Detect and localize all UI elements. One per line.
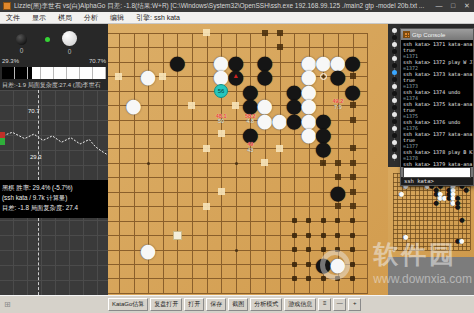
star-point (235, 249, 238, 252)
stone-black: ● (316, 141, 330, 155)
candidate-visits: 43 (240, 148, 260, 154)
tree-node[interactable] (392, 91, 397, 96)
graph-winrate-top: 70.7 (28, 108, 40, 114)
ownership-dot-dark (350, 233, 355, 238)
ownership-dot-dark (335, 247, 340, 252)
engine-status-icon (45, 37, 50, 42)
ownership-dot-dark (292, 247, 297, 252)
candidate-visits: 7.9 (328, 105, 348, 111)
console-input-row (401, 167, 473, 177)
score-lead-text: 目差: -1.8 局面复杂度: 27.4 (2, 203, 106, 213)
title-bar: Lizzie(黑)李世石 vs(白)AlphaGo 目差: -1.8(结果:W+… (0, 0, 474, 12)
candidate-visits: 50 (211, 119, 231, 125)
menu-bar: 文件显示棋局分析编辑引擎: ssh kata (0, 12, 474, 24)
black-stone-icon (16, 34, 27, 45)
maximize-button[interactable]: □ (446, 1, 460, 11)
winrate-bar (2, 67, 106, 79)
app-icon (3, 2, 11, 10)
go-board[interactable]: ●●●●●●●●●●●●●●●●●●●●●●●●●●●●●●●●●●●●▲564… (100, 24, 389, 295)
menu-item-1[interactable]: 显示 (26, 13, 52, 23)
stone-black: ● (243, 127, 257, 141)
candidate-move-label: 58.24.8 (240, 114, 260, 125)
stone-black: ● (331, 185, 345, 199)
ownership-dot-dark (321, 247, 326, 252)
app-window: Lizzie(黑)李世石 vs(白)AlphaGo 目差: -1.8(结果:W+… (0, 0, 474, 313)
toolbar-buttons: KataGo估算复盘打开打开保存截图分析模式游戏信息≡—+ (108, 298, 361, 311)
policy-square (173, 231, 182, 240)
heat-square-light (159, 73, 166, 80)
star-point (235, 162, 238, 165)
stone-white: ● (404, 235, 409, 240)
heat-square-dark (320, 160, 326, 166)
console-input[interactable] (403, 167, 471, 178)
candidate-move-label: 49.27.9 (328, 99, 348, 110)
stone-black: ● (455, 205, 460, 210)
ownership-dot-dark (350, 262, 355, 267)
tree-node[interactable] (392, 42, 397, 47)
gtp-console-window: Gtp Console ssh kata> 1371 kata-anatrue=… (400, 28, 474, 186)
tree-node[interactable] (392, 70, 397, 75)
grid-line (104, 206, 368, 207)
tree-node[interactable] (392, 56, 397, 61)
stone-black: ● (170, 55, 184, 69)
grid-line (104, 293, 368, 294)
black-winrate-text: 黑棋 胜率: 29.4% (-5.7%) (2, 183, 106, 193)
toolbar-small-button-0[interactable]: ≡ (318, 298, 331, 311)
heat-square-light (188, 102, 195, 109)
toolbar-button-6[interactable]: 游戏信息 (284, 298, 316, 311)
stone-black: ● (346, 55, 360, 69)
graph-grid (0, 218, 108, 295)
stone-white: ● (331, 257, 345, 271)
tree-node[interactable] (392, 126, 397, 131)
score-info-line: 目差:-1.9 局面复杂度:27.4 (黑)李世石 (2, 81, 106, 90)
heat-square-dark (350, 174, 356, 180)
toolbar-small-button-1[interactable]: — (333, 298, 346, 311)
toolbar-button-0[interactable]: KataGo估算 (108, 298, 148, 311)
candidate-move-label: 48.150 (211, 114, 231, 125)
winrate-graph[interactable]: 70.7 29.3 (0, 90, 108, 180)
winrate-graph-lower (0, 218, 108, 295)
mini-grid-line (393, 225, 470, 226)
stone-black: ● (287, 113, 301, 127)
ownership-dot-dark (306, 247, 311, 252)
stone-white: ● (273, 113, 287, 127)
stone-white: ● (399, 192, 404, 197)
white-stone-icon (62, 31, 77, 46)
mini-grid-line (393, 250, 470, 251)
grid-line (104, 221, 368, 222)
ownership-dot-dark (335, 218, 340, 223)
current-move-line (38, 218, 39, 295)
grid-line (280, 33, 281, 293)
tree-node[interactable] (392, 35, 397, 40)
heat-square-dark (350, 203, 356, 209)
heat-square-dark (350, 160, 356, 166)
heat-square-light (203, 29, 210, 36)
heat-square-dark (350, 117, 356, 123)
stone-white: ● (302, 127, 316, 141)
heat-square-light (261, 159, 268, 166)
ownership-dot-dark (350, 276, 355, 281)
heat-square-light (203, 145, 210, 152)
stone-white: ● (141, 243, 155, 257)
stone-white: ● (316, 55, 330, 69)
toolbar-button-5[interactable]: 分析模式 (250, 298, 282, 311)
toolbar-small-button-2[interactable]: + (348, 298, 361, 311)
console-icon (403, 31, 410, 38)
tree-node[interactable] (392, 77, 397, 82)
next-move-circle-icon (320, 73, 327, 80)
tree-node[interactable] (392, 154, 397, 159)
tree-node[interactable] (392, 49, 397, 54)
menu-item-4[interactable]: 编辑 (104, 13, 130, 23)
stone-black: ● (464, 188, 469, 193)
window-title: Lizzie(黑)李世石 vs(白)AlphaGo 目差: -1.8(结果:W+… (14, 2, 432, 11)
ownership-dot-dark (335, 276, 340, 281)
grid-line (104, 192, 368, 193)
mini-grid-line (393, 229, 470, 230)
white-winrate-label: 70.7% (89, 58, 106, 64)
tree-node[interactable] (392, 105, 397, 110)
candidate-move-label: 4943 (240, 142, 260, 153)
last-move-triangle-icon: ▲ (232, 72, 239, 79)
grid-line (104, 235, 368, 236)
winrate-labels: 29.3% 70.7% (0, 58, 108, 66)
menu-item-5[interactable]: 引擎: ssh kata (130, 13, 186, 23)
tree-node[interactable] (392, 63, 397, 68)
star-point (147, 162, 150, 165)
stone-white: ● (459, 239, 464, 244)
tree-node[interactable] (392, 112, 397, 117)
black-winrate-label: 29.3% (2, 58, 19, 64)
ownership-dot-dark (321, 276, 326, 281)
ownership-dot-dark (350, 247, 355, 252)
console-prompt: ssh kata> (401, 177, 473, 185)
grid-line (250, 33, 251, 293)
heat-square-dark (350, 73, 356, 79)
heat-square-dark (350, 145, 356, 151)
mini-grid-line (393, 212, 470, 213)
menu-item-3[interactable]: 分析 (78, 13, 104, 23)
tree-node[interactable] (392, 147, 397, 152)
ownership-dot-dark (292, 233, 297, 238)
graph-winrate-bottom: 29.3 (30, 154, 42, 160)
engine-visits-text: (ssh kata / 9.7k 计算量) (2, 193, 106, 203)
ownership-dot-dark (292, 262, 297, 267)
stone-white: ● (127, 98, 141, 112)
suggested-move[interactable]: 56 (214, 84, 228, 98)
engine-status-box: 黑棋 胜率: 29.4% (-5.7%) (ssh kata / 9.7k 计算… (0, 180, 108, 218)
stone-black: ● (316, 257, 330, 271)
winrate-bar-ticks (2, 67, 106, 79)
console-title-bar[interactable]: Gtp Console (401, 29, 473, 40)
ownership-dot-dark (321, 218, 326, 223)
heat-square-dark (277, 44, 283, 50)
heat-square-light (232, 102, 239, 109)
stone-black: ● (346, 84, 360, 98)
console-title: Gtp Console (412, 32, 445, 38)
grid-line (367, 33, 368, 293)
stone-black: ● (459, 218, 464, 223)
heat-square-dark (335, 203, 341, 209)
toolbar-button-1[interactable]: 复盘打开 (150, 298, 182, 311)
ownership-dot-dark (306, 276, 311, 281)
heat-square-light (218, 130, 225, 137)
ownership-dot-dark (292, 276, 297, 281)
heat-square-light (276, 145, 283, 152)
heat-square-dark (350, 102, 356, 108)
heat-square-dark (335, 174, 341, 180)
status-bar: ⊞ KataGo估算复盘打开打开保存截图分析模式游戏信息≡—+ (0, 295, 474, 313)
ownership-dot-dark (306, 218, 311, 223)
ownership-dot-dark (306, 262, 311, 267)
heat-square-dark (350, 189, 356, 195)
menu-item-0[interactable]: 文件 (0, 13, 26, 23)
stone-black: ● (258, 69, 272, 83)
heat-square-dark (262, 30, 268, 36)
mini-grid-line (393, 246, 470, 247)
ownership-dot-dark (306, 233, 311, 238)
capture-row: 0 0 (0, 28, 108, 58)
toolbar-button-3[interactable]: 保存 (206, 298, 226, 311)
tree-node[interactable] (392, 140, 397, 145)
ownership-dot-dark (335, 233, 340, 238)
tree-node[interactable] (392, 84, 397, 89)
ownership-dot-dark (350, 218, 355, 223)
candidate-visits: 4.8 (240, 119, 260, 125)
toolbar-button-4[interactable]: 截图 (228, 298, 248, 311)
grip-icon: ⊞ (4, 301, 12, 309)
toolbar-button-2[interactable]: 打开 (184, 298, 204, 311)
ownership-dot-dark (321, 233, 326, 238)
heat-square-dark (335, 160, 341, 166)
menu-item-2[interactable]: 棋局 (52, 13, 78, 23)
tree-node[interactable] (392, 119, 397, 124)
stone-white: ● (141, 69, 155, 83)
white-captures-count: 0 (62, 48, 77, 55)
right-panel-footer (388, 257, 474, 295)
stone-black: ● (331, 69, 345, 83)
close-button[interactable]: ✕ (460, 1, 474, 11)
stone-black: ● (243, 98, 257, 112)
minimize-button[interactable]: — (432, 1, 446, 11)
tree-node[interactable] (392, 98, 397, 103)
tree-node[interactable] (392, 28, 397, 33)
grid-line (104, 278, 368, 279)
heat-square-dark (277, 30, 283, 36)
stone-black: ● (434, 201, 439, 206)
tree-node[interactable] (392, 133, 397, 138)
grid-line (104, 177, 368, 178)
analysis-panel: 0 0 29.3% 70.7% 目差:-1.9 局面复杂度:27.4 (黑)李世… (0, 24, 108, 295)
ownership-dot-dark (292, 218, 297, 223)
stone-white: ● (214, 69, 228, 83)
black-captures-count: 0 (16, 47, 27, 54)
heat-square-light (115, 73, 122, 80)
heat-square-light (218, 188, 225, 195)
grid-line (294, 33, 295, 293)
console-log: ssh kata> 1371 kata-anatrue=1371ssh kata… (401, 40, 473, 167)
heat-square-light (203, 203, 210, 210)
current-move-line (38, 90, 39, 180)
